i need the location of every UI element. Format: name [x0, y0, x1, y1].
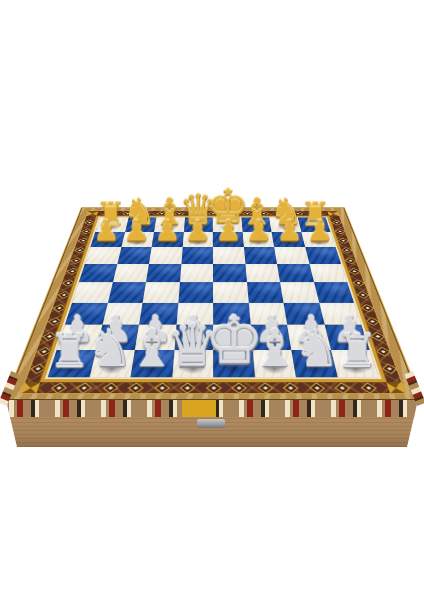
border-diamond-motif	[76, 382, 92, 394]
border-diamond-motif	[334, 382, 350, 394]
border-diamond-motif	[102, 382, 118, 394]
square-a5[interactable]	[79, 264, 117, 282]
border-motif-strip-bottom	[37, 382, 390, 393]
chess-board: ♜♞♝♛♚♝♞♜♟♟♟♟♟♟♟♟♟♟♟♟♟♟♟♟♜♞♝♛♚♝♞♜	[5, 208, 422, 403]
square-d6[interactable]	[181, 247, 213, 264]
border-diamond-motif	[308, 382, 324, 394]
border-diamond-motif	[128, 382, 144, 394]
square-f1[interactable]: ♝	[252, 350, 296, 378]
square-b5[interactable]	[112, 264, 149, 282]
square-a4[interactable]	[72, 282, 112, 302]
gold-pawn-c7[interactable]: ♟	[154, 216, 180, 245]
square-g6[interactable]	[274, 247, 309, 264]
square-d4[interactable]	[178, 282, 213, 302]
square-h1[interactable]: ♜	[330, 350, 378, 378]
square-g1[interactable]: ♞	[291, 350, 337, 378]
border-diamond-motif	[257, 382, 273, 394]
gold-pawn-d7[interactable]: ♟	[185, 216, 211, 245]
square-g4[interactable]	[280, 282, 319, 302]
square-c5[interactable]	[146, 264, 181, 282]
gold-pawn-g7[interactable]: ♟	[276, 216, 302, 245]
chess-set-photo: ♜♞♝♛♚♝♞♜♟♟♟♟♟♟♟♟♟♟♟♟♟♟♟♟♜♞♝♛♚♝♞♜	[0, 0, 424, 600]
silver-rook-h1[interactable]: ♜	[336, 328, 378, 375]
square-f4[interactable]	[247, 282, 284, 302]
square-b7[interactable]: ♟	[121, 232, 154, 247]
board-scene: ♜♞♝♛♚♝♞♜♟♟♟♟♟♟♟♟♟♟♟♟♟♟♟♟♜♞♝♛♚♝♞♜	[52, 122, 372, 442]
square-d5[interactable]	[179, 264, 213, 282]
square-d7[interactable]: ♟	[182, 232, 213, 247]
square-f5[interactable]	[245, 264, 280, 282]
square-e4[interactable]	[213, 282, 248, 302]
square-g5[interactable]	[277, 264, 314, 282]
square-e1[interactable]: ♚	[213, 350, 254, 378]
gold-pawn-e7[interactable]: ♟	[215, 216, 241, 245]
square-h5[interactable]	[309, 264, 347, 282]
gold-pawn-f7[interactable]: ♟	[246, 216, 272, 245]
border-diamond-motif	[179, 382, 195, 394]
square-h6[interactable]	[305, 247, 341, 264]
border-diamond-motif	[205, 382, 221, 394]
border-diamond-motif	[360, 382, 376, 394]
square-e5[interactable]	[213, 264, 247, 282]
square-a6[interactable]	[85, 247, 121, 264]
box-clasp	[197, 419, 225, 428]
silver-bishop-f1[interactable]: ♝	[252, 323, 298, 375]
border-diamond-motif	[154, 382, 170, 394]
square-h4[interactable]	[314, 282, 354, 302]
border-corner-inlay	[386, 382, 405, 393]
border-diamond-motif	[283, 382, 299, 394]
gold-pawn-h7[interactable]: ♟	[307, 216, 333, 245]
square-c6[interactable]	[149, 247, 182, 264]
silver-rook-a1[interactable]: ♜	[48, 328, 90, 375]
square-a7[interactable]: ♟	[90, 232, 124, 247]
square-b6[interactable]	[117, 247, 152, 264]
square-g7[interactable]: ♟	[272, 232, 305, 247]
silver-knight-g1[interactable]: ♞	[293, 323, 339, 375]
square-f6[interactable]	[244, 247, 277, 264]
border-diamond-motif	[231, 382, 247, 394]
square-h7[interactable]: ♟	[301, 232, 335, 247]
gold-pawn-b7[interactable]: ♟	[124, 216, 150, 245]
square-c7[interactable]: ♟	[152, 232, 184, 247]
box-edge-inlay-stripes	[0, 399, 424, 418]
border-diamond-motif	[51, 382, 67, 394]
square-c4[interactable]	[143, 282, 180, 302]
board-grid: ♜♞♝♛♚♝♞♜♟♟♟♟♟♟♟♟♟♟♟♟♟♟♟♟♜♞♝♛♚♝♞♜	[45, 217, 382, 379]
square-f7[interactable]: ♟	[242, 232, 274, 247]
square-e7[interactable]: ♟	[213, 232, 244, 247]
gold-pawn-a7[interactable]: ♟	[93, 216, 119, 245]
square-e6[interactable]	[213, 247, 245, 264]
square-b4[interactable]	[107, 282, 145, 302]
silver-knight-b1[interactable]: ♞	[87, 323, 133, 375]
